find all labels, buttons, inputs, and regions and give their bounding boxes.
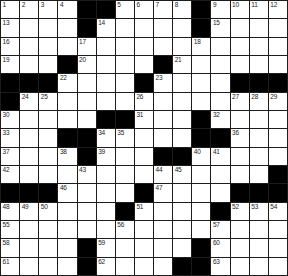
clue-number-3: 3	[41, 1, 44, 9]
black-cell-r8c5	[78, 129, 96, 146]
white-cell-r6c3[interactable]: 25	[39, 93, 57, 110]
white-cell-r12c3[interactable]: 50	[39, 203, 57, 220]
white-cell-r2c9[interactable]	[154, 19, 172, 36]
white-cell-r14c3[interactable]	[39, 239, 57, 256]
white-cell-r8c14[interactable]	[250, 129, 268, 146]
white-cell-r7c8[interactable]: 31	[135, 111, 153, 128]
white-cell-r14c1[interactable]: 58	[1, 239, 19, 256]
white-cell-r2c12[interactable]: 15	[211, 19, 229, 36]
clue-number-40: 40	[194, 148, 201, 156]
white-cell-r6c4[interactable]	[58, 93, 76, 110]
white-cell-r7c3[interactable]	[39, 111, 57, 128]
white-cell-r15c7[interactable]	[116, 258, 134, 275]
white-cell-r15c14[interactable]	[250, 258, 268, 275]
black-cell-r11c14	[250, 184, 268, 201]
white-cell-r14c10[interactable]	[173, 239, 191, 256]
white-cell-r11c11[interactable]	[192, 184, 210, 201]
black-cell-r11c2	[20, 184, 38, 201]
clue-number-24: 24	[22, 93, 29, 101]
white-cell-r4c13[interactable]	[231, 56, 249, 73]
black-cell-r8c11	[192, 129, 210, 146]
white-cell-r1c4[interactable]: 4	[58, 1, 76, 18]
clue-number-52: 52	[232, 203, 239, 211]
white-cell-r9c7[interactable]	[116, 148, 134, 165]
black-cell-r9c5	[78, 148, 96, 165]
white-cell-r3c8[interactable]	[135, 38, 153, 55]
white-cell-r8c10[interactable]	[173, 129, 191, 146]
black-cell-r7c7	[116, 111, 134, 128]
clue-number-27: 27	[232, 93, 239, 101]
white-cell-r13c11[interactable]	[192, 221, 210, 238]
clue-number-15: 15	[213, 19, 220, 27]
white-cell-r9c2[interactable]	[20, 148, 38, 165]
clue-number-63: 63	[213, 258, 220, 266]
white-cell-r11c12[interactable]	[211, 184, 229, 201]
white-cell-r2c7[interactable]	[116, 19, 134, 36]
white-cell-r11c7[interactable]	[116, 184, 134, 201]
clue-number-31: 31	[136, 111, 143, 119]
white-cell-r5c10[interactable]	[173, 74, 191, 91]
white-cell-r7c15[interactable]	[269, 111, 287, 128]
black-cell-r5c3	[39, 74, 57, 91]
white-cell-r14c15[interactable]	[269, 239, 287, 256]
white-cell-r1c3[interactable]: 3	[39, 1, 57, 18]
black-cell-r5c15	[269, 74, 287, 91]
black-cell-r4c4	[58, 56, 76, 73]
white-cell-r2c4[interactable]	[58, 19, 76, 36]
white-cell-r3c6[interactable]	[97, 38, 115, 55]
white-cell-r13c15[interactable]	[269, 221, 287, 238]
white-cell-r15c6[interactable]: 62	[97, 258, 115, 275]
white-cell-r2c15[interactable]	[269, 19, 287, 36]
white-cell-r10c14[interactable]	[250, 166, 268, 183]
clue-number-18: 18	[194, 38, 201, 46]
white-cell-r12c2[interactable]: 49	[20, 203, 38, 220]
clue-number-39: 39	[98, 148, 105, 156]
clue-number-49: 49	[22, 203, 29, 211]
white-cell-r12c9[interactable]	[154, 203, 172, 220]
white-cell-r15c15[interactable]	[269, 258, 287, 275]
black-cell-r11c13	[231, 184, 249, 201]
white-cell-r6c14[interactable]: 28	[250, 93, 268, 110]
white-cell-r8c13[interactable]: 36	[231, 129, 249, 146]
white-cell-r13c2[interactable]	[20, 221, 38, 238]
white-cell-r13c6[interactable]	[97, 221, 115, 238]
white-cell-r3c15[interactable]	[269, 38, 287, 55]
white-cell-r13c8[interactable]	[135, 221, 153, 238]
black-cell-r12c7	[116, 203, 134, 220]
white-cell-r1c7[interactable]: 5	[116, 1, 134, 18]
white-cell-r7c13[interactable]	[231, 111, 249, 128]
white-cell-r6c15[interactable]: 29	[269, 93, 287, 110]
clue-number-44: 44	[156, 166, 163, 174]
white-cell-r9c14[interactable]	[250, 148, 268, 165]
clue-number-28: 28	[251, 93, 258, 101]
white-cell-r7c1[interactable]: 30	[1, 111, 19, 128]
black-cell-r5c2	[20, 74, 38, 91]
white-cell-r9c13[interactable]	[231, 148, 249, 165]
white-cell-r5c6[interactable]	[97, 74, 115, 91]
white-cell-r6c8[interactable]: 26	[135, 93, 153, 110]
clue-number-34: 34	[98, 129, 105, 137]
white-cell-r12c5[interactable]	[78, 203, 96, 220]
white-cell-r2c8[interactable]	[135, 19, 153, 36]
white-cell-r3c1[interactable]: 16	[1, 38, 19, 55]
black-cell-r2c11	[192, 19, 210, 36]
white-cell-r7c14[interactable]	[250, 111, 268, 128]
white-cell-r9c12[interactable]: 41	[211, 148, 229, 165]
white-cell-r11c5[interactable]	[78, 184, 96, 201]
clue-number-45: 45	[175, 166, 182, 174]
clue-number-54: 54	[270, 203, 277, 211]
white-cell-r10c7[interactable]	[116, 166, 134, 183]
clue-number-38: 38	[60, 148, 67, 156]
clue-number-19: 19	[3, 56, 10, 64]
white-cell-r15c4[interactable]	[58, 258, 76, 275]
black-cell-r14c11	[192, 239, 210, 256]
white-cell-r15c2[interactable]	[20, 258, 38, 275]
clue-number-2: 2	[22, 1, 25, 9]
white-cell-r8c15[interactable]	[269, 129, 287, 146]
white-cell-r8c3[interactable]	[39, 129, 57, 146]
white-cell-r4c3[interactable]	[39, 56, 57, 73]
white-cell-r7c2[interactable]	[20, 111, 38, 128]
white-cell-r2c14[interactable]	[250, 19, 268, 36]
clue-number-4: 4	[60, 1, 63, 9]
white-cell-r10c11[interactable]	[192, 166, 210, 183]
white-cell-r4c8[interactable]	[135, 56, 153, 73]
white-cell-r3c13[interactable]	[231, 38, 249, 55]
white-cell-r5c4[interactable]: 22	[58, 74, 76, 91]
white-cell-r3c5[interactable]: 17	[78, 38, 96, 55]
white-cell-r7c12[interactable]: 32	[211, 111, 229, 128]
white-cell-r1c15[interactable]: 12	[269, 1, 287, 18]
clue-number-36: 36	[232, 129, 239, 137]
white-cell-r8c6[interactable]: 34	[97, 129, 115, 146]
white-cell-r13c4[interactable]	[58, 221, 76, 238]
clue-number-12: 12	[270, 1, 277, 9]
clue-number-23: 23	[156, 74, 163, 82]
white-cell-r4c12[interactable]	[211, 56, 229, 73]
white-cell-r13c1[interactable]: 55	[1, 221, 19, 238]
white-cell-r6c10[interactable]	[173, 93, 191, 110]
white-cell-r4c5[interactable]: 20	[78, 56, 96, 73]
white-cell-r4c2[interactable]	[20, 56, 38, 73]
white-cell-r14c2[interactable]	[20, 239, 38, 256]
white-cell-r9c3[interactable]	[39, 148, 57, 165]
white-cell-r10c6[interactable]	[97, 166, 115, 183]
white-cell-r13c14[interactable]	[250, 221, 268, 238]
black-cell-r5c1	[1, 74, 19, 91]
white-cell-r5c9[interactable]: 23	[154, 74, 172, 91]
clue-number-13: 13	[3, 19, 10, 27]
white-cell-r13c12[interactable]: 57	[211, 221, 229, 238]
white-cell-r10c10[interactable]: 45	[173, 166, 191, 183]
white-cell-r2c1[interactable]: 13	[1, 19, 19, 36]
clue-number-50: 50	[41, 203, 48, 211]
clue-number-5: 5	[117, 1, 120, 9]
clue-number-20: 20	[79, 56, 86, 64]
white-cell-r14c4[interactable]	[58, 239, 76, 256]
clue-number-9: 9	[213, 1, 216, 9]
white-cell-r14c6[interactable]: 59	[97, 239, 115, 256]
white-cell-r12c15[interactable]: 54	[269, 203, 287, 220]
white-cell-r15c12[interactable]: 63	[211, 258, 229, 275]
white-cell-r10c2[interactable]	[20, 166, 38, 183]
white-cell-r12c11[interactable]	[192, 203, 210, 220]
white-cell-r2c2[interactable]	[20, 19, 38, 36]
white-cell-r1c13[interactable]: 10	[231, 1, 249, 18]
white-cell-r12c6[interactable]	[97, 203, 115, 220]
white-cell-r12c4[interactable]	[58, 203, 76, 220]
black-cell-r9c9	[154, 148, 172, 165]
white-cell-r10c9[interactable]: 44	[154, 166, 172, 183]
white-cell-r13c10[interactable]	[173, 221, 191, 238]
black-cell-r9c10	[173, 148, 191, 165]
white-cell-r1c2[interactable]: 2	[20, 1, 38, 18]
clue-number-48: 48	[3, 203, 10, 211]
white-cell-r12c1[interactable]: 48	[1, 203, 19, 220]
white-cell-r6c12[interactable]	[211, 93, 229, 110]
white-cell-r6c9[interactable]	[154, 93, 172, 110]
white-cell-r9c8[interactable]	[135, 148, 153, 165]
clue-number-57: 57	[213, 221, 220, 229]
white-cell-r1c8[interactable]: 6	[135, 1, 153, 18]
white-cell-r6c11[interactable]	[192, 93, 210, 110]
white-cell-r11c9[interactable]: 47	[154, 184, 172, 201]
white-cell-r4c6[interactable]	[97, 56, 115, 73]
black-cell-r5c14	[250, 74, 268, 91]
white-cell-r12c8[interactable]: 51	[135, 203, 153, 220]
white-cell-r1c9[interactable]: 7	[154, 1, 172, 18]
clue-number-6: 6	[136, 1, 139, 9]
white-cell-r11c4[interactable]: 46	[58, 184, 76, 201]
white-cell-r15c1[interactable]: 61	[1, 258, 19, 275]
black-cell-r5c8	[135, 74, 153, 91]
white-cell-r5c11[interactable]	[192, 74, 210, 91]
white-cell-r6c2[interactable]: 24	[20, 93, 38, 110]
clue-number-29: 29	[270, 93, 277, 101]
white-cell-r3c4[interactable]	[58, 38, 76, 55]
clue-number-60: 60	[213, 239, 220, 247]
black-cell-r1c11	[192, 1, 210, 18]
white-cell-r6c13[interactable]: 27	[231, 93, 249, 110]
clue-number-37: 37	[3, 148, 10, 156]
white-cell-r13c9[interactable]	[154, 221, 172, 238]
white-cell-r3c11[interactable]: 18	[192, 38, 210, 55]
black-cell-r12c12	[211, 203, 229, 220]
white-cell-r13c7[interactable]: 56	[116, 221, 134, 238]
clue-number-11: 11	[251, 1, 257, 9]
white-cell-r2c3[interactable]	[39, 19, 57, 36]
clue-number-58: 58	[3, 239, 10, 247]
clue-number-26: 26	[136, 93, 143, 101]
white-cell-r4c10[interactable]: 21	[173, 56, 191, 73]
white-cell-r13c3[interactable]	[39, 221, 57, 238]
clue-number-59: 59	[98, 239, 105, 247]
clue-number-22: 22	[60, 74, 67, 82]
white-cell-r5c7[interactable]	[116, 74, 134, 91]
clue-number-51: 51	[136, 203, 143, 211]
white-cell-r4c15[interactable]	[269, 56, 287, 73]
black-cell-r8c12	[211, 129, 229, 146]
white-cell-r13c13[interactable]	[231, 221, 249, 238]
white-cell-r8c8[interactable]	[135, 129, 153, 146]
white-cell-r8c7[interactable]: 35	[116, 129, 134, 146]
white-cell-r10c12[interactable]	[211, 166, 229, 183]
white-cell-r2c10[interactable]	[173, 19, 191, 36]
white-cell-r9c1[interactable]: 37	[1, 148, 19, 165]
white-cell-r15c9[interactable]	[154, 258, 172, 275]
white-cell-r3c2[interactable]	[20, 38, 38, 55]
black-cell-r14c5	[78, 239, 96, 256]
clue-number-46: 46	[60, 184, 67, 192]
white-cell-r6c5[interactable]	[78, 93, 96, 110]
white-cell-r10c3[interactable]	[39, 166, 57, 183]
white-cell-r15c8[interactable]	[135, 258, 153, 275]
crossword-grid: 1234567891011121314151617181920212223242…	[0, 0, 288, 276]
white-cell-r9c4[interactable]: 38	[58, 148, 76, 165]
white-cell-r1c14[interactable]: 11	[250, 1, 268, 18]
white-cell-r3c12[interactable]	[211, 38, 229, 55]
black-cell-r15c5	[78, 258, 96, 275]
white-cell-r7c9[interactable]	[154, 111, 172, 128]
black-cell-r11c15	[269, 184, 287, 201]
clue-number-61: 61	[3, 258, 10, 266]
black-cell-r11c1	[1, 184, 19, 201]
white-cell-r10c4[interactable]	[58, 166, 76, 183]
clue-number-8: 8	[175, 1, 178, 9]
clue-number-33: 33	[3, 129, 10, 137]
clue-number-55: 55	[3, 221, 10, 229]
white-cell-r1c12[interactable]: 9	[211, 1, 229, 18]
white-cell-r6c7[interactable]	[116, 93, 134, 110]
clue-number-14: 14	[98, 19, 105, 27]
white-cell-r15c13[interactable]	[231, 258, 249, 275]
clue-number-32: 32	[213, 111, 220, 119]
clue-number-30: 30	[3, 111, 10, 119]
clue-number-53: 53	[251, 203, 258, 211]
white-cell-r5c12[interactable]	[211, 74, 229, 91]
white-cell-r9c11[interactable]: 40	[192, 148, 210, 165]
white-cell-r2c6[interactable]: 14	[97, 19, 115, 36]
black-cell-r2c5	[78, 19, 96, 36]
white-cell-r8c1[interactable]: 33	[1, 129, 19, 146]
clue-number-47: 47	[156, 184, 163, 192]
clue-number-10: 10	[232, 1, 239, 9]
black-cell-r5c13	[231, 74, 249, 91]
white-cell-r12c13[interactable]: 52	[231, 203, 249, 220]
white-cell-r10c1[interactable]: 42	[1, 166, 19, 183]
white-cell-r6c6[interactable]	[97, 93, 115, 110]
clue-number-25: 25	[41, 93, 48, 101]
clue-number-56: 56	[117, 221, 124, 229]
white-cell-r3c9[interactable]	[154, 38, 172, 55]
white-cell-r8c2[interactable]	[20, 129, 38, 146]
white-cell-r5c5[interactable]	[78, 74, 96, 91]
black-cell-r8c4	[58, 129, 76, 146]
white-cell-r3c10[interactable]	[173, 38, 191, 55]
black-cell-r4c9	[154, 56, 172, 73]
white-cell-r12c14[interactable]: 53	[250, 203, 268, 220]
black-cell-r11c3	[39, 184, 57, 201]
clue-number-43: 43	[79, 166, 86, 174]
white-cell-r7c10[interactable]	[173, 111, 191, 128]
white-cell-r8c9[interactable]	[154, 129, 172, 146]
white-cell-r14c12[interactable]: 60	[211, 239, 229, 256]
white-cell-r1c10[interactable]: 8	[173, 1, 191, 18]
clue-number-42: 42	[3, 166, 10, 174]
white-cell-r7c5[interactable]	[78, 111, 96, 128]
black-cell-r1c5	[78, 1, 96, 18]
white-cell-r3c7[interactable]	[116, 38, 134, 55]
clue-number-1: 1	[3, 1, 6, 9]
white-cell-r3c14[interactable]	[250, 38, 268, 55]
white-cell-r15c3[interactable]	[39, 258, 57, 275]
white-cell-r10c8[interactable]	[135, 166, 153, 183]
white-cell-r14c13[interactable]	[231, 239, 249, 256]
white-cell-r7c4[interactable]	[58, 111, 76, 128]
white-cell-r4c11[interactable]	[192, 56, 210, 73]
clue-number-21: 21	[175, 56, 182, 64]
white-cell-r4c7[interactable]	[116, 56, 134, 73]
white-cell-r14c8[interactable]	[135, 239, 153, 256]
black-cell-r15c11	[192, 258, 210, 275]
white-cell-r11c6[interactable]	[97, 184, 115, 201]
white-cell-r12c10[interactable]	[173, 203, 191, 220]
black-cell-r10c15	[269, 166, 287, 183]
white-cell-r9c6[interactable]: 39	[97, 148, 115, 165]
white-cell-r4c14[interactable]	[250, 56, 268, 73]
white-cell-r10c13[interactable]	[231, 166, 249, 183]
black-cell-r7c6	[97, 111, 115, 128]
white-cell-r14c9[interactable]	[154, 239, 172, 256]
white-cell-r11c10[interactable]	[173, 184, 191, 201]
white-cell-r9c15[interactable]	[269, 148, 287, 165]
white-cell-r4c1[interactable]: 19	[1, 56, 19, 73]
black-cell-r6c1	[1, 93, 19, 110]
white-cell-r3c3[interactable]	[39, 38, 57, 55]
white-cell-r2c13[interactable]	[231, 19, 249, 36]
white-cell-r10c5[interactable]: 43	[78, 166, 96, 183]
clue-number-41: 41	[213, 148, 220, 156]
clue-number-35: 35	[117, 129, 124, 137]
black-cell-r11c8	[135, 184, 153, 201]
white-cell-r14c14[interactable]	[250, 239, 268, 256]
white-cell-r14c7[interactable]	[116, 239, 134, 256]
clue-number-62: 62	[98, 258, 105, 266]
black-cell-r7c11	[192, 111, 210, 128]
black-cell-r15c10	[173, 258, 191, 275]
white-cell-r1c1[interactable]: 1	[1, 1, 19, 18]
clue-number-7: 7	[156, 1, 159, 9]
white-cell-r13c5[interactable]	[78, 221, 96, 238]
clue-number-17: 17	[79, 38, 86, 46]
clue-number-16: 16	[3, 38, 10, 46]
black-cell-r1c6	[97, 1, 115, 18]
